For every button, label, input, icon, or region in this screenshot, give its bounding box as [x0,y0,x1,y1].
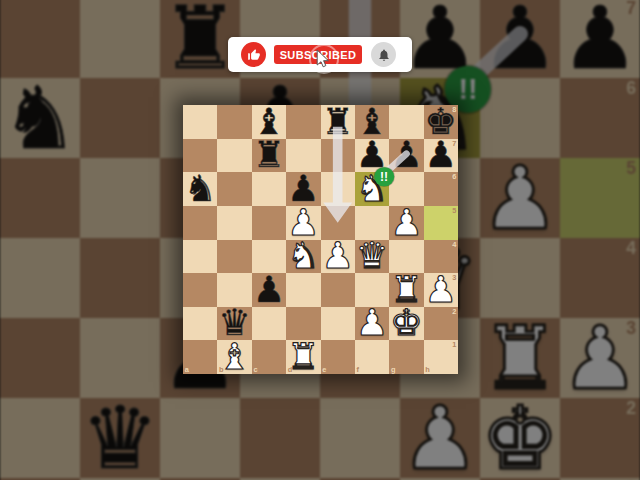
square-a5[interactable] [183,206,217,240]
square-f2 [400,398,480,478]
square-b4[interactable] [217,240,251,274]
square-a6[interactable] [183,172,217,206]
square-a1[interactable]: a [183,340,217,374]
square-h3[interactable]: 3 [424,273,458,307]
rank-label-3: 3 [452,274,456,281]
square-a5 [0,158,80,238]
square-h4: 4 [560,238,640,318]
square-g8[interactable] [389,105,423,139]
square-g5[interactable] [389,206,423,240]
square-b3[interactable] [217,273,251,307]
square-f5[interactable] [355,206,389,240]
square-f3[interactable] [355,273,389,307]
rank-label-8: 8 [452,106,456,113]
square-a4[interactable] [183,240,217,274]
square-f4[interactable] [355,240,389,274]
square-h1[interactable]: 1h [424,340,458,374]
square-h3: 3 [560,318,640,398]
square-h2: 2 [560,398,640,478]
square-h7[interactable]: 7 [424,139,458,173]
square-g7 [480,0,560,78]
square-b6 [80,78,160,158]
square-d3[interactable] [286,273,320,307]
square-h6[interactable]: 6 [424,172,458,206]
like-button[interactable] [241,42,266,67]
square-h5: 5 [560,158,640,238]
square-b5[interactable] [217,206,251,240]
square-g6 [480,78,560,158]
square-c5[interactable] [252,206,286,240]
square-g4 [480,238,560,318]
square-a2[interactable] [183,307,217,341]
square-h8[interactable]: 8 [424,105,458,139]
rank-label-5: 5 [452,207,456,214]
rank-label-6: 6 [452,173,456,180]
square-d6[interactable] [286,172,320,206]
square-b7[interactable] [217,139,251,173]
bell-button[interactable] [371,42,396,67]
file-label-g: g [391,366,396,373]
brilliant-badge: !! [374,167,394,187]
square-e2 [320,398,400,478]
square-d5[interactable] [286,206,320,240]
square-g4[interactable] [389,240,423,274]
file-label-b: b [219,366,224,373]
square-h5[interactable]: 5 [424,206,458,240]
square-e1[interactable]: e [321,340,355,374]
square-b8[interactable] [217,105,251,139]
square-f1[interactable]: f [355,340,389,374]
rank-label-7: 7 [626,0,636,18]
square-f8[interactable] [355,105,389,139]
square-d7[interactable] [286,139,320,173]
square-e7[interactable] [321,139,355,173]
square-h4[interactable]: 4 [424,240,458,274]
rank-label-2: 2 [452,308,456,315]
square-a7[interactable] [183,139,217,173]
file-label-h: h [425,366,430,373]
rank-label-5: 5 [626,160,636,178]
square-d1[interactable]: d [286,340,320,374]
video-frame: 8765432abcdefg1h♝♜♝♚♜♟♟♟♞♟♞♟♟♞♟♛♟♜♟♛♟♚♝♜… [0,0,640,480]
square-d4[interactable] [286,240,320,274]
file-label-d: d [288,366,293,373]
file-label-a: a [185,366,189,373]
square-g6[interactable] [389,172,423,206]
square-a2 [0,398,80,478]
subscribed-label: SUBSCRIBED [280,49,357,61]
file-label-c: c [253,366,257,373]
square-g3 [480,318,560,398]
file-label-f: f [357,366,359,373]
square-c8[interactable] [252,105,286,139]
square-b7 [80,0,160,78]
square-b4 [80,238,160,318]
square-d8[interactable] [286,105,320,139]
square-b2[interactable] [217,307,251,341]
subscribed-button[interactable]: SUBSCRIBED [274,45,362,64]
square-e4[interactable] [321,240,355,274]
square-d2[interactable] [286,307,320,341]
rank-label-6: 6 [626,80,636,98]
square-c2 [160,398,240,478]
square-f2[interactable] [355,307,389,341]
square-g3[interactable] [389,273,423,307]
square-c3[interactable] [252,273,286,307]
rank-label-4: 4 [626,240,636,258]
square-e3[interactable] [321,273,355,307]
rank-label-7: 7 [452,140,456,147]
square-b6[interactable] [217,172,251,206]
square-a3 [0,318,80,398]
square-h6: 6 [560,78,640,158]
square-g5 [480,158,560,238]
thumbs-up-icon [247,48,261,62]
square-e6[interactable] [321,172,355,206]
square-c2[interactable] [252,307,286,341]
rank-label-4: 4 [452,241,456,248]
square-c7[interactable] [252,139,286,173]
square-b3 [80,318,160,398]
square-c4[interactable] [252,240,286,274]
square-e5[interactable] [321,206,355,240]
subscribe-banner: SUBSCRIBED [228,37,412,72]
chess-board[interactable]: 8765432abcdefg1h♝♜♝♚♜♟♟♟♞♟♞♟♟♞♟♛♟♜♟♛♟♚♝♜… [183,105,458,374]
square-g1[interactable]: g [389,340,423,374]
square-h7: 7 [560,0,640,78]
square-h2[interactable]: 2 [424,307,458,341]
square-b2 [80,398,160,478]
square-e2[interactable] [321,307,355,341]
square-c6[interactable] [252,172,286,206]
square-a7 [0,0,80,78]
bell-icon [377,48,391,62]
square-c1[interactable]: c [252,340,286,374]
rank-label-1: 1 [452,341,456,348]
square-b5 [80,158,160,238]
square-g7[interactable] [389,139,423,173]
rank-label-2: 2 [626,400,636,418]
rank-label-3: 3 [626,320,636,338]
file-label-e: e [322,366,326,373]
square-g2 [480,398,560,478]
square-e8[interactable] [321,105,355,139]
square-a6 [0,78,80,158]
square-b1[interactable]: b [217,340,251,374]
square-g2[interactable] [389,307,423,341]
square-a4 [0,238,80,318]
square-d2 [240,398,320,478]
square-a3[interactable] [183,273,217,307]
square-a8[interactable] [183,105,217,139]
